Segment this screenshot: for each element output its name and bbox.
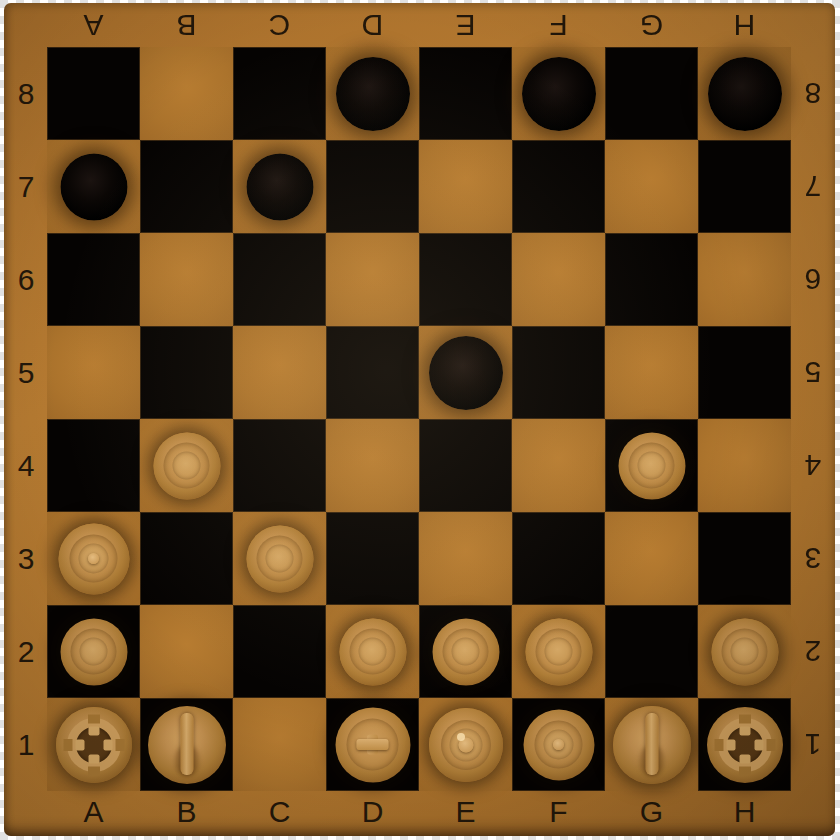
- square-e7[interactable]: [419, 140, 512, 233]
- square-h8[interactable]: [698, 47, 791, 140]
- file-label-h: H: [698, 792, 791, 832]
- square-f7[interactable]: [512, 140, 605, 233]
- square-c6[interactable]: [233, 233, 326, 326]
- square-g7[interactable]: [605, 140, 698, 233]
- square-e3[interactable]: [419, 512, 512, 605]
- square-b6[interactable]: [140, 233, 233, 326]
- square-f6[interactable]: [512, 233, 605, 326]
- rank-label-3: 3: [6, 512, 46, 605]
- white-pawn-e2[interactable]: [432, 618, 499, 685]
- white-bishop-a3[interactable]: [58, 523, 129, 594]
- square-h7[interactable]: [698, 140, 791, 233]
- square-e2[interactable]: [419, 605, 512, 698]
- square-h3[interactable]: [698, 512, 791, 605]
- square-f8[interactable]: [512, 47, 605, 140]
- square-b7[interactable]: [140, 140, 233, 233]
- square-a5[interactable]: [47, 326, 140, 419]
- square-a1[interactable]: [47, 698, 140, 791]
- square-h6[interactable]: [698, 233, 791, 326]
- square-h1[interactable]: [698, 698, 791, 791]
- square-a8[interactable]: [47, 47, 140, 140]
- file-label-e: E: [419, 792, 512, 832]
- white-pawn-d2[interactable]: [339, 618, 406, 685]
- white-pawn-c3[interactable]: [246, 525, 313, 592]
- rank-label-6: 6: [793, 233, 833, 326]
- white-pawn-b4[interactable]: [153, 432, 220, 499]
- file-label-g: G: [605, 5, 698, 45]
- square-a3[interactable]: [47, 512, 140, 605]
- rank-labels-left: 87654321: [6, 47, 46, 791]
- rank-label-8: 8: [793, 47, 833, 140]
- square-c3[interactable]: [233, 512, 326, 605]
- rank-labels-right: 87654321: [793, 47, 833, 791]
- square-c4[interactable]: [233, 419, 326, 512]
- square-f4[interactable]: [512, 419, 605, 512]
- rank-label-1: 1: [6, 698, 46, 791]
- file-label-d: D: [326, 5, 419, 45]
- file-label-b: B: [140, 792, 233, 832]
- square-g5[interactable]: [605, 326, 698, 419]
- square-d3[interactable]: [326, 512, 419, 605]
- square-b3[interactable]: [140, 512, 233, 605]
- rank-label-5: 5: [793, 326, 833, 419]
- file-label-a: A: [47, 5, 140, 45]
- white-pawn-f2[interactable]: [525, 618, 592, 685]
- white-pawn-h2[interactable]: [711, 618, 778, 685]
- square-a6[interactable]: [47, 233, 140, 326]
- square-e4[interactable]: [419, 419, 512, 512]
- square-e5[interactable]: [419, 326, 512, 419]
- square-e1[interactable]: [419, 698, 512, 791]
- rank-label-1: 1: [793, 698, 833, 791]
- square-d5[interactable]: [326, 326, 419, 419]
- file-label-h: H: [698, 5, 791, 45]
- square-d6[interactable]: [326, 233, 419, 326]
- rank-label-7: 7: [793, 140, 833, 233]
- file-label-e: E: [419, 5, 512, 45]
- square-g4[interactable]: [605, 419, 698, 512]
- white-bishop-f1[interactable]: [523, 709, 594, 780]
- white-queen-e1[interactable]: [429, 708, 503, 782]
- white-knight-g1[interactable]: [613, 706, 691, 784]
- rank-label-4: 4: [6, 419, 46, 512]
- white-knight-b1[interactable]: [148, 706, 226, 784]
- square-b8[interactable]: [140, 47, 233, 140]
- chess-board: ABCDEFGH ABCDEFGH 87654321 87654321: [4, 3, 835, 836]
- black-pawn-c7[interactable]: [246, 153, 313, 220]
- black-pawn-e5[interactable]: [429, 336, 503, 410]
- rank-label-3: 3: [793, 512, 833, 605]
- file-labels-bottom: ABCDEFGH: [47, 792, 791, 832]
- square-g1[interactable]: [605, 698, 698, 791]
- black-pawn-a7[interactable]: [60, 153, 127, 220]
- file-label-c: C: [233, 792, 326, 832]
- square-d2[interactable]: [326, 605, 419, 698]
- square-b1[interactable]: [140, 698, 233, 791]
- file-labels-top: ABCDEFGH: [47, 5, 791, 45]
- square-b4[interactable]: [140, 419, 233, 512]
- square-e8[interactable]: [419, 47, 512, 140]
- square-g2[interactable]: [605, 605, 698, 698]
- square-c8[interactable]: [233, 47, 326, 140]
- square-d8[interactable]: [326, 47, 419, 140]
- square-h4[interactable]: [698, 419, 791, 512]
- file-label-f: F: [512, 792, 605, 832]
- square-d4[interactable]: [326, 419, 419, 512]
- square-c7[interactable]: [233, 140, 326, 233]
- square-g6[interactable]: [605, 233, 698, 326]
- file-label-c: C: [233, 5, 326, 45]
- squares-grid: [47, 47, 791, 791]
- square-a7[interactable]: [47, 140, 140, 233]
- white-rook-h1[interactable]: [707, 707, 783, 783]
- file-label-a: A: [47, 792, 140, 832]
- square-f5[interactable]: [512, 326, 605, 419]
- square-c1[interactable]: [233, 698, 326, 791]
- square-f2[interactable]: [512, 605, 605, 698]
- rank-label-2: 2: [6, 605, 46, 698]
- square-e6[interactable]: [419, 233, 512, 326]
- file-label-g: G: [605, 792, 698, 832]
- white-rook-a1[interactable]: [56, 707, 132, 783]
- file-label-d: D: [326, 792, 419, 832]
- black-bishop-f8[interactable]: [522, 57, 596, 131]
- square-h5[interactable]: [698, 326, 791, 419]
- square-a4[interactable]: [47, 419, 140, 512]
- square-b5[interactable]: [140, 326, 233, 419]
- white-pawn-g4[interactable]: [618, 432, 685, 499]
- rank-label-7: 7: [6, 140, 46, 233]
- rank-label-8: 8: [6, 47, 46, 140]
- rank-label-4: 4: [793, 419, 833, 512]
- square-c5[interactable]: [233, 326, 326, 419]
- black-king-d8[interactable]: [336, 57, 410, 131]
- square-c2[interactable]: [233, 605, 326, 698]
- square-h2[interactable]: [698, 605, 791, 698]
- white-king-d1[interactable]: [335, 707, 410, 782]
- square-a2[interactable]: [47, 605, 140, 698]
- rank-label-5: 5: [6, 326, 46, 419]
- rank-label-2: 2: [793, 605, 833, 698]
- square-d7[interactable]: [326, 140, 419, 233]
- white-pawn-a2[interactable]: [60, 618, 127, 685]
- square-d1[interactable]: [326, 698, 419, 791]
- file-label-b: B: [140, 5, 233, 45]
- square-f1[interactable]: [512, 698, 605, 791]
- square-g3[interactable]: [605, 512, 698, 605]
- square-g8[interactable]: [605, 47, 698, 140]
- rank-label-6: 6: [6, 233, 46, 326]
- square-b2[interactable]: [140, 605, 233, 698]
- square-f3[interactable]: [512, 512, 605, 605]
- black-rook-h8[interactable]: [708, 57, 782, 131]
- file-label-f: F: [512, 5, 605, 45]
